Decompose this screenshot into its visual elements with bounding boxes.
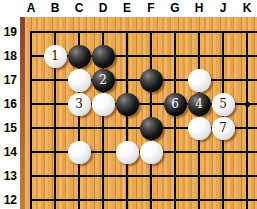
column-label-A: A [19, 0, 43, 17]
stone-white-H17[interactable] [188, 69, 211, 92]
stone-black-D18[interactable] [92, 45, 115, 68]
stone-white-J16[interactable]: 5 [212, 93, 235, 116]
stone-white-J15[interactable]: 7 [212, 117, 235, 140]
stone-white-D16[interactable] [92, 93, 115, 116]
column-label-G: G [163, 0, 187, 17]
row-label-13: 13 [0, 164, 18, 188]
row-label-14: 14 [0, 140, 18, 164]
row-label-19: 19 [0, 20, 18, 44]
stone-white-E14[interactable] [116, 141, 139, 164]
column-label-D: D [91, 0, 115, 17]
stone-black-F17[interactable] [140, 69, 163, 92]
move-number-1: 1 [51, 45, 59, 68]
stone-black-F15[interactable] [140, 117, 163, 140]
go-board[interactable]: 1236457 [20, 17, 257, 209]
stone-white-F14[interactable] [140, 141, 163, 164]
move-number-7: 7 [219, 117, 227, 140]
stone-black-H16[interactable]: 4 [188, 93, 211, 116]
stone-white-B18[interactable]: 1 [44, 45, 67, 68]
row-label-17: 17 [0, 68, 18, 92]
column-label-F: F [139, 0, 163, 17]
stone-black-D17[interactable]: 2 [92, 69, 115, 92]
row-label-16: 16 [0, 92, 18, 116]
move-number-5: 5 [219, 93, 227, 116]
column-labels: ABCDEFGHJK [19, 0, 257, 17]
row-labels: 1918171615141312 [0, 20, 18, 209]
stone-white-H15[interactable] [188, 117, 211, 140]
column-label-K: K [235, 0, 257, 17]
column-label-H: H [187, 0, 211, 17]
stone-white-C17[interactable] [68, 69, 91, 92]
column-label-J: J [211, 0, 235, 17]
row-label-12: 12 [0, 188, 18, 209]
stone-black-E16[interactable] [116, 93, 139, 116]
column-label-B: B [43, 0, 67, 17]
row-label-18: 18 [0, 44, 18, 68]
stone-white-C14[interactable] [68, 141, 91, 164]
move-number-2: 2 [99, 69, 107, 92]
move-number-3: 3 [75, 93, 83, 116]
column-label-E: E [115, 0, 139, 17]
board-grid: 1236457 [19, 20, 257, 209]
move-number-6: 6 [171, 93, 179, 116]
stone-white-C16[interactable]: 3 [68, 93, 91, 116]
row-label-15: 15 [0, 116, 18, 140]
stone-black-G16[interactable]: 6 [164, 93, 187, 116]
go-diagram: ABCDEFGHJK 1918171615141312 1236457 [0, 0, 257, 209]
move-number-4: 4 [195, 93, 203, 116]
column-label-C: C [67, 0, 91, 17]
stone-black-C18[interactable] [68, 45, 91, 68]
